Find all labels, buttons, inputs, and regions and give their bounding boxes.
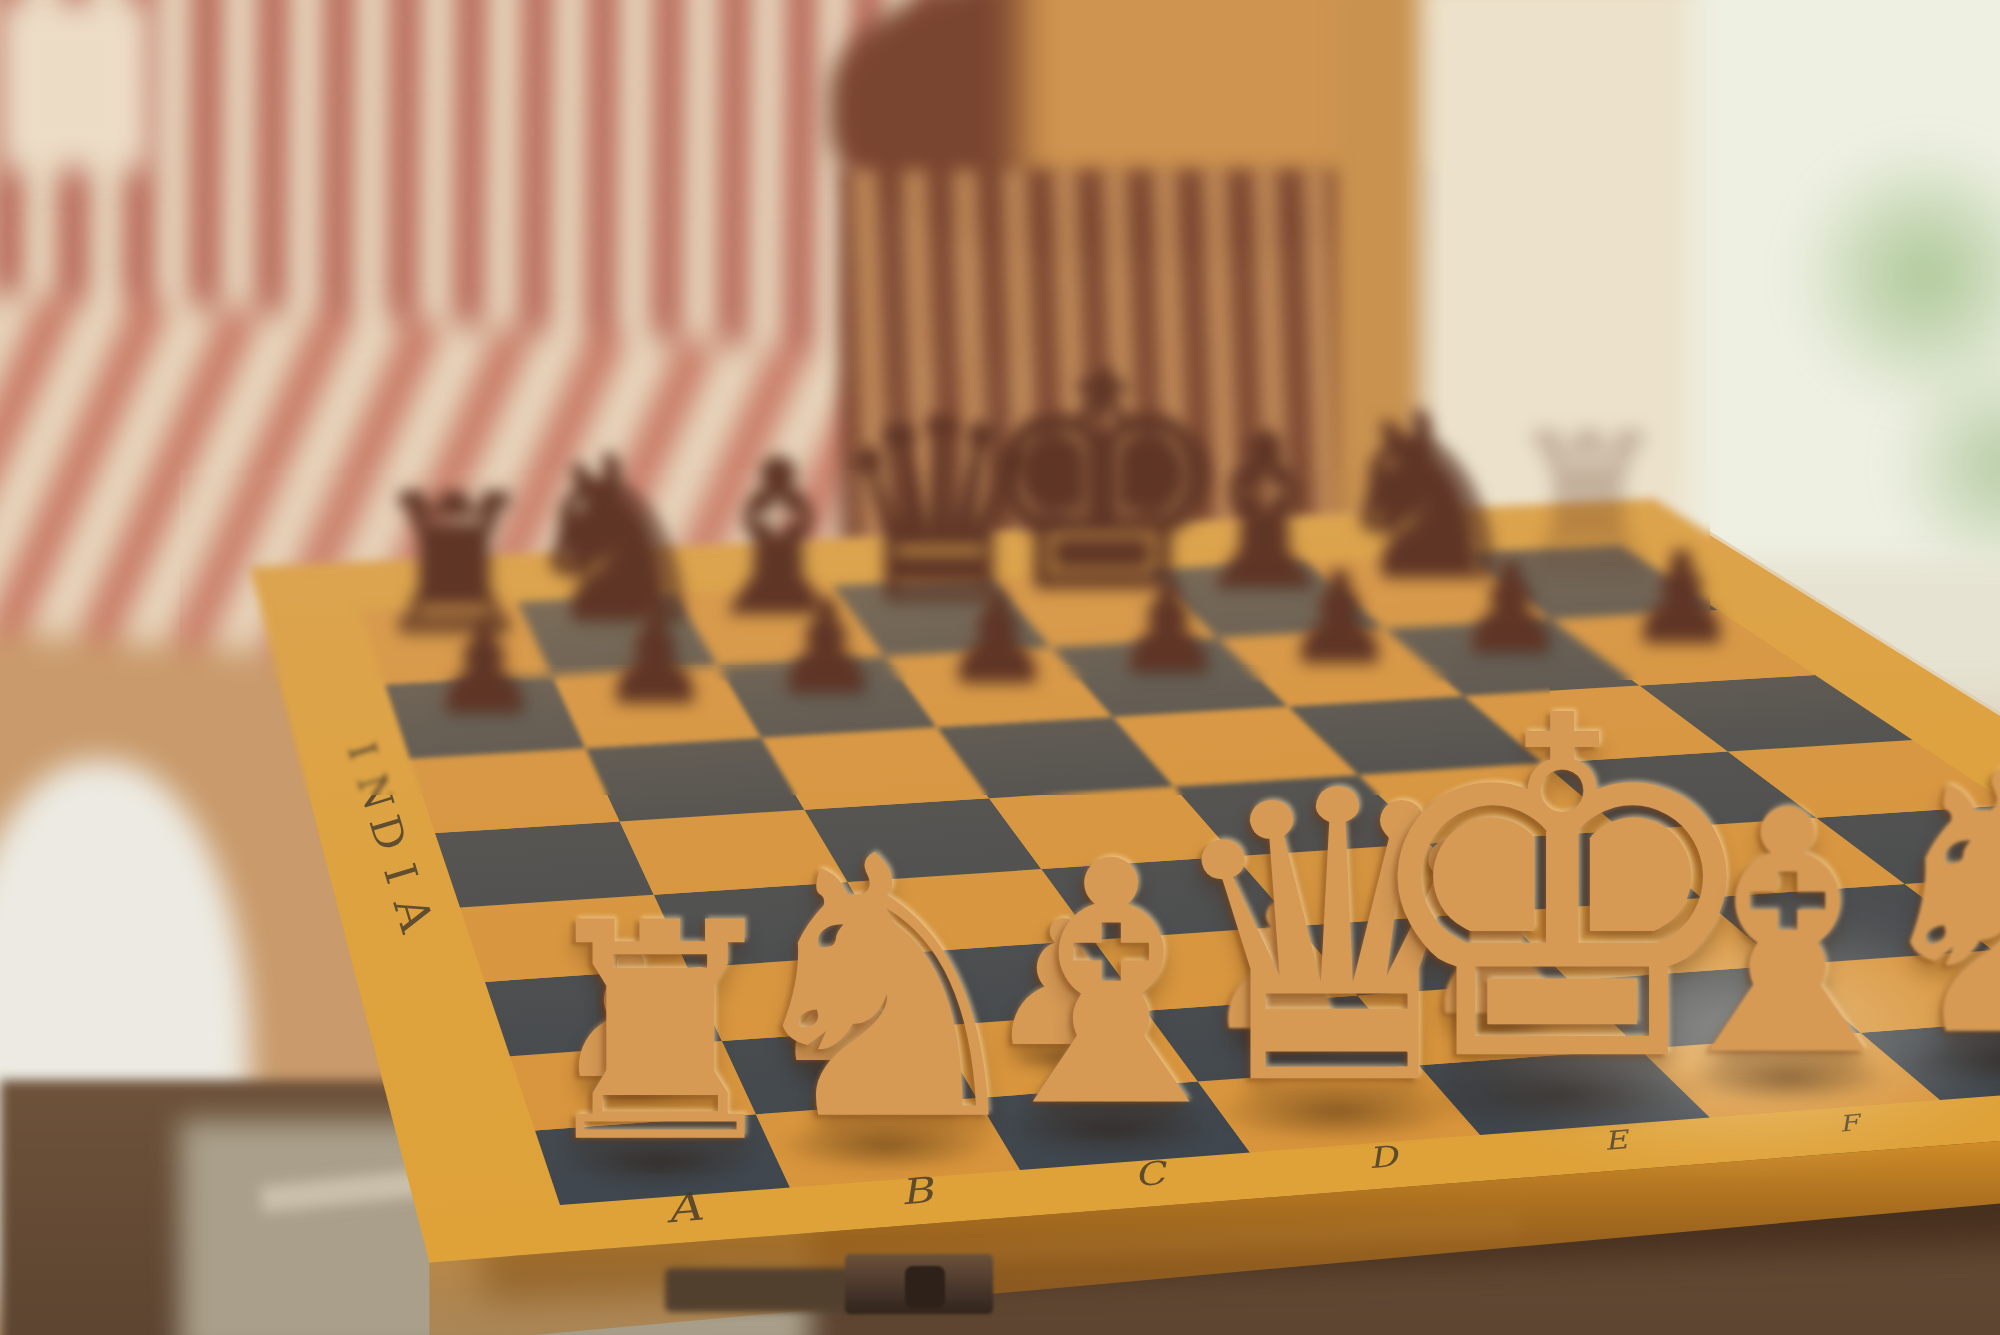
piece-black-pawn-b7: ♟ <box>598 599 710 718</box>
board-hinge-shadow <box>665 1268 865 1312</box>
piece-black-pawn-e7: ♟ <box>1111 569 1223 688</box>
piece-black-pawn-a7: ♟ <box>427 608 539 727</box>
piece-black-pawn-c7: ♟ <box>769 589 881 708</box>
metal-clasp-knob <box>905 1266 945 1308</box>
piece-black-pawn-d7: ♟ <box>940 579 1052 698</box>
piece-white-knight-g1: ♞ <box>1852 736 2000 1078</box>
